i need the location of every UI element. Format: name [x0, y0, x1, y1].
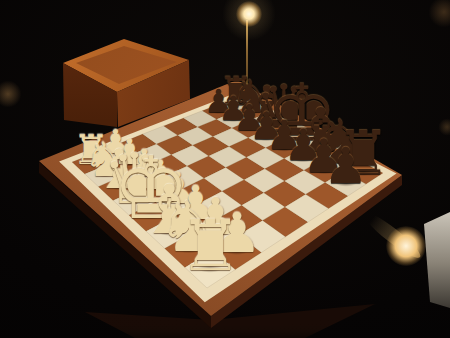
bokeh-light-bottom-right — [386, 226, 426, 266]
chess-board — [0, 0, 450, 338]
chess-product-photo: ♜♟♞♟♝♟♛♟♚♟♝♟♟♞♜♟♟♜♞♟♟♝♟♛♟♚♟♝♟♞♟♜ — [0, 0, 450, 338]
